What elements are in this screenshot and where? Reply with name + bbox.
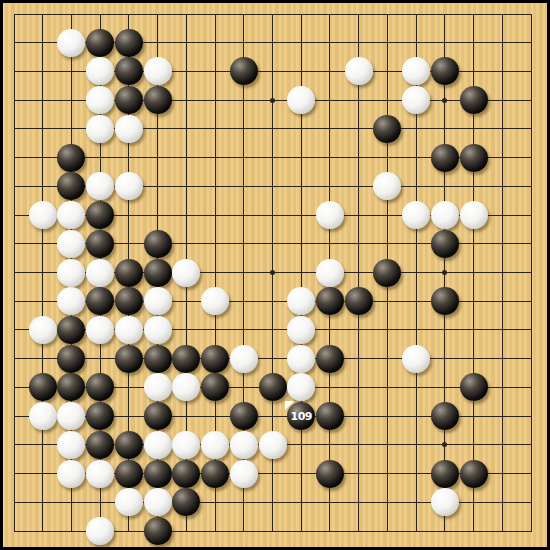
- stone-white: [259, 431, 287, 459]
- stone-black: [144, 402, 172, 430]
- stone-black: [115, 86, 143, 114]
- grid-line: [358, 14, 359, 532]
- stone-black: [115, 29, 143, 57]
- stone-black: [115, 431, 143, 459]
- stone-black: [316, 402, 344, 430]
- stone-white: [431, 201, 459, 229]
- grid-line: [502, 14, 503, 532]
- stone-white: [144, 373, 172, 401]
- star-point: [270, 270, 275, 275]
- stone-black: [316, 287, 344, 315]
- stone-white: [144, 57, 172, 85]
- stone-black: [144, 230, 172, 258]
- stone-white: [460, 201, 488, 229]
- stone-black: [345, 287, 373, 315]
- stone-black: [172, 460, 200, 488]
- stone-black: [431, 402, 459, 430]
- stone-black: [86, 29, 114, 57]
- stone-white: [144, 431, 172, 459]
- stone-white: [144, 287, 172, 315]
- stone-white: [86, 259, 114, 287]
- stone-black: [86, 431, 114, 459]
- stone-white: [402, 345, 430, 373]
- stone-white: [201, 431, 229, 459]
- stone-black: [460, 144, 488, 172]
- stone-white: [86, 316, 114, 344]
- stone-white: [57, 29, 85, 57]
- stone-white: [230, 460, 258, 488]
- stone-black: [431, 287, 459, 315]
- stone-black: [86, 230, 114, 258]
- stone-black: [316, 345, 344, 373]
- stone-white: [115, 488, 143, 516]
- stone-black: [431, 230, 459, 258]
- stone-white: [431, 488, 459, 516]
- stone-black: [115, 460, 143, 488]
- stone-black: [259, 373, 287, 401]
- go-board[interactable]: 109: [0, 0, 550, 550]
- stone-white: [57, 259, 85, 287]
- stone-white: [29, 201, 57, 229]
- stone-black: [144, 345, 172, 373]
- stone-white: [144, 316, 172, 344]
- stone-black: [316, 460, 344, 488]
- stone-black: [460, 373, 488, 401]
- stone-black: [57, 345, 85, 373]
- stone-white: [316, 201, 344, 229]
- grid-line: [14, 358, 532, 359]
- stone-black: [201, 345, 229, 373]
- stone-white: [144, 488, 172, 516]
- stone-white: [230, 345, 258, 373]
- stone-white: [86, 460, 114, 488]
- stone-white: [345, 57, 373, 85]
- stone-black: [86, 201, 114, 229]
- stone-white: [29, 402, 57, 430]
- stone-black: [460, 86, 488, 114]
- grid-line: [531, 14, 532, 532]
- stone-white: [29, 316, 57, 344]
- stone-white: [287, 316, 315, 344]
- stone-black: [115, 259, 143, 287]
- stone-white: [230, 431, 258, 459]
- stone-black: [144, 517, 172, 545]
- move-number-label: 109: [290, 411, 311, 422]
- stone-black: [201, 460, 229, 488]
- stone-black: [144, 460, 172, 488]
- stone-white: [57, 460, 85, 488]
- stone-white: [115, 316, 143, 344]
- stone-black: [144, 86, 172, 114]
- stone-black: [431, 144, 459, 172]
- stone-black: [144, 259, 172, 287]
- stone-black: [230, 402, 258, 430]
- stone-black: [57, 144, 85, 172]
- stone-white: [86, 517, 114, 545]
- star-point: [270, 98, 275, 103]
- stone-black: [460, 460, 488, 488]
- stone-black: [431, 460, 459, 488]
- stone-white: [115, 115, 143, 143]
- stone-white: [402, 201, 430, 229]
- corner-flash-marker: [285, 401, 294, 410]
- stone-black: [373, 259, 401, 287]
- stone-white: [172, 259, 200, 287]
- stone-white: [316, 259, 344, 287]
- stone-black: [29, 373, 57, 401]
- stone-white: [172, 431, 200, 459]
- stone-white: [287, 345, 315, 373]
- stone-black: [172, 345, 200, 373]
- stone-black: [115, 287, 143, 315]
- stone-white: [86, 115, 114, 143]
- stone-black: [115, 345, 143, 373]
